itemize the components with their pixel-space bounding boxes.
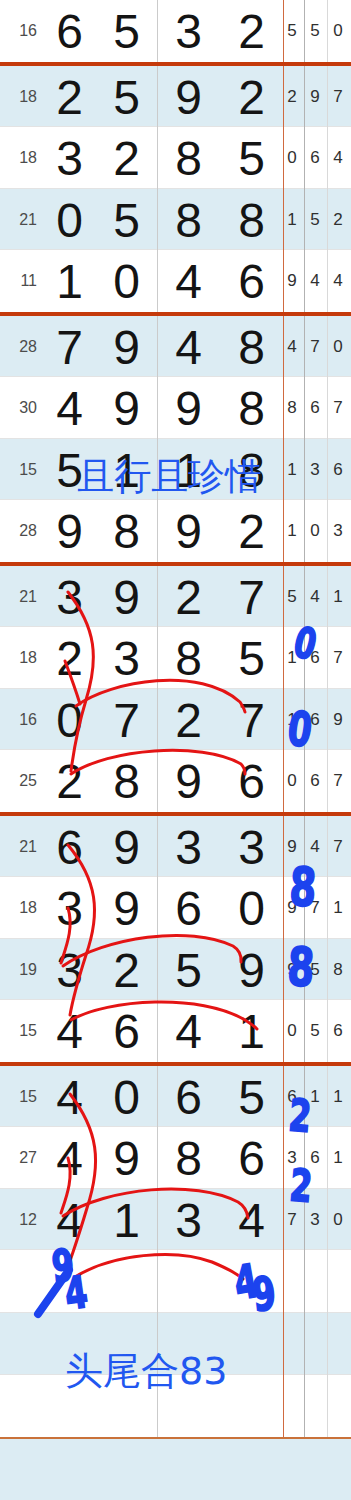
draw-digit-cell: 2: [238, 69, 264, 124]
draw-digit-cell: 6: [113, 1004, 139, 1059]
sum-cell: 18: [0, 127, 37, 189]
row-separator-line: [0, 688, 351, 689]
reference-digit-cell: 1: [333, 1148, 342, 1168]
reference-digit-cell: 2: [287, 87, 296, 107]
draw-digit-cell: 3: [56, 881, 82, 936]
sum-cell: 15: [0, 1000, 37, 1062]
draw-digit-cell: 4: [175, 319, 201, 374]
draw-digit-cell: 2: [113, 942, 139, 997]
table-row: 289892103: [0, 500, 351, 562]
draw-digit-cell: 4: [238, 1192, 264, 1247]
draw-digit-cell: 8: [113, 504, 139, 559]
reference-digit-cell: 0: [333, 337, 342, 357]
sum-cell: 18: [0, 66, 37, 127]
reference-digit-cell: 0: [287, 1021, 296, 1041]
reference-digit-cell: 7: [333, 648, 342, 668]
table-row: 154641056: [0, 1000, 351, 1062]
sum-cell: 28: [0, 500, 37, 562]
reference-digit-cell: 0: [287, 771, 296, 791]
section-divider: [0, 1062, 351, 1066]
draw-digit-cell: 0: [56, 692, 82, 747]
draw-digit-cell: 2: [238, 504, 264, 559]
draw-digit-cell: 3: [175, 4, 201, 59]
draw-digit-cell: 6: [175, 1069, 201, 1124]
draw-digit-cell: 2: [56, 631, 82, 686]
reference-digit-cell: 1: [287, 460, 296, 480]
draw-digit-cell: 6: [56, 4, 82, 59]
section-divider: [0, 62, 351, 66]
sum-cell: 16: [0, 0, 37, 62]
section-divider: [0, 562, 351, 566]
draw-digit-cell: 5: [113, 192, 139, 247]
reference-digit-cell: 4: [333, 148, 342, 168]
draw-digit-cell: 2: [56, 754, 82, 809]
draw-digit-cell: 7: [56, 319, 82, 374]
draw-digit-cell: 2: [113, 131, 139, 186]
draw-digit-cell: 4: [175, 254, 201, 309]
draw-digit-cell: 5: [238, 131, 264, 186]
ink-digit: 9: [250, 1270, 278, 1318]
row-separator-line: [0, 249, 351, 250]
reference-digit-cell: 1: [333, 587, 342, 607]
reference-digit-cell: 6: [333, 1021, 342, 1041]
reference-digit-cell: 7: [333, 837, 342, 857]
reference-digit-cell: 8: [287, 398, 296, 418]
footer-band: [0, 1438, 351, 1500]
table-row: 183285064: [0, 127, 351, 189]
draw-digit-cell: 0: [113, 1069, 139, 1124]
draw-digit-cell: 6: [238, 254, 264, 309]
column-line: [327, 0, 328, 1437]
section-divider: [0, 812, 351, 816]
row-separator-line: [0, 188, 351, 189]
draw-digit-cell: 0: [56, 192, 82, 247]
section-divider: [0, 312, 351, 316]
row-separator-line: [0, 999, 351, 1000]
reference-digit-cell: 5: [287, 587, 296, 607]
sum-cell: 15: [0, 439, 37, 500]
handwritten-footer-note: 头尾合83: [65, 1352, 227, 1390]
draw-digit-cell: 7: [113, 692, 139, 747]
ink-digit: 2: [288, 1163, 314, 1209]
bottom-rule: [0, 1437, 351, 1439]
reference-digit-cell: 4: [310, 271, 319, 291]
draw-digit-cell: 1: [56, 254, 82, 309]
draw-digit-cell: 3: [175, 1192, 201, 1247]
reference-digit-cell: 0: [333, 1210, 342, 1230]
ink-digit: 2: [287, 1093, 313, 1139]
row-separator-line: [0, 126, 351, 127]
table-row: 111046944: [0, 250, 351, 312]
draw-digit-cell: 7: [238, 569, 264, 624]
draw-digit-cell: 9: [113, 1131, 139, 1186]
reference-digit-cell: 4: [310, 587, 319, 607]
draw-digit-cell: 9: [175, 381, 201, 436]
draw-digit-cell: 3: [56, 942, 82, 997]
table-row: 213927541: [0, 566, 351, 627]
reference-digit-cell: 7: [310, 337, 319, 357]
reference-digit-cell: 1: [287, 210, 296, 230]
draw-digit-cell: 2: [175, 692, 201, 747]
draw-digit-cell: 5: [175, 942, 201, 997]
column-line: [283, 0, 284, 1437]
draw-digit-cell: 3: [56, 569, 82, 624]
table-row: 210588152: [0, 189, 351, 250]
sum-cell: 12: [0, 1189, 37, 1250]
draw-digit-cell: 2: [56, 69, 82, 124]
reference-digit-cell: 3: [333, 521, 342, 541]
draw-digit-cell: 0: [113, 254, 139, 309]
draw-digit-cell: 9: [175, 69, 201, 124]
draw-digit-cell: 2: [175, 569, 201, 624]
sum-cell: 28: [0, 316, 37, 377]
reference-digit-cell: 7: [287, 1210, 296, 1230]
reference-digit-cell: 1: [333, 898, 342, 918]
reference-digit-cell: 0: [287, 148, 296, 168]
draw-digit-cell: 8: [175, 192, 201, 247]
draw-digit-cell: 5: [113, 69, 139, 124]
draw-digit-cell: 8: [175, 131, 201, 186]
sum-cell: 21: [0, 566, 37, 627]
draw-digit-cell: 4: [56, 1069, 82, 1124]
sum-cell: 27: [0, 1127, 37, 1189]
reference-digit-cell: 4: [310, 837, 319, 857]
row-separator-line: [0, 376, 351, 377]
reference-digit-cell: 1: [287, 521, 296, 541]
reference-digit-cell: 9: [287, 837, 296, 857]
draw-digit-cell: 8: [238, 381, 264, 436]
draw-digit-cell: 2: [238, 4, 264, 59]
ink-digit: 8: [288, 860, 317, 914]
reference-digit-cell: 5: [310, 210, 319, 230]
draw-digit-cell: 9: [113, 319, 139, 374]
draw-digit-cell: 4: [56, 381, 82, 436]
sum-cell: 18: [0, 877, 37, 939]
reference-digit-cell: 6: [310, 771, 319, 791]
row-separator-line: [0, 438, 351, 439]
reference-digit-cell: 3: [310, 460, 319, 480]
reference-digit-cell: 9: [310, 87, 319, 107]
reference-digit-cell: 5: [287, 21, 296, 41]
draw-digit-cell: 6: [238, 754, 264, 809]
handwritten-quote: 且行且珍惜: [77, 458, 262, 495]
sum-cell: 15: [0, 1066, 37, 1127]
draw-digit-cell: 8: [175, 631, 201, 686]
draw-digit-cell: 9: [113, 569, 139, 624]
reference-digit-cell: 8: [333, 960, 342, 980]
table-row: 304998867: [0, 377, 351, 439]
draw-digit-cell: 1: [238, 1004, 264, 1059]
draw-digit-cell: 3: [56, 131, 82, 186]
reference-digit-cell: 9: [333, 710, 342, 730]
draw-digit-cell: 0: [238, 881, 264, 936]
draw-digit-cell: 9: [113, 381, 139, 436]
draw-digit-cell: 8: [238, 192, 264, 247]
sum-cell: 30: [0, 377, 37, 439]
draw-digit-cell: 4: [56, 1004, 82, 1059]
draw-digit-cell: 6: [175, 881, 201, 936]
reference-digit-cell: 6: [310, 398, 319, 418]
table-row: 287948470: [0, 316, 351, 377]
ink-digit: 8: [286, 940, 315, 994]
sum-cell: 18: [0, 627, 37, 689]
draw-digit-cell: 8: [113, 754, 139, 809]
draw-digit-cell: 8: [175, 1131, 201, 1186]
draw-digit-cell: 5: [113, 4, 139, 59]
reference-digit-cell: 0: [310, 521, 319, 541]
sum-cell: 21: [0, 816, 37, 877]
draw-digit-cell: 3: [175, 819, 201, 874]
reference-digit-cell: 6: [310, 148, 319, 168]
sum-cell: 19: [0, 939, 37, 1000]
lottery-trend-chart: 且行且珍惜 头尾合83 1665325501825922971832850642…: [0, 0, 351, 1500]
column-line: [157, 0, 158, 1437]
draw-digit-cell: 4: [175, 1004, 201, 1059]
reference-digit-cell: 5: [310, 1021, 319, 1041]
row-separator-line: [0, 1312, 351, 1313]
reference-digit-cell: 1: [333, 1087, 342, 1107]
reference-digit-cell: 6: [333, 460, 342, 480]
table-row: 166532550: [0, 0, 351, 62]
reference-digit-cell: 9: [287, 271, 296, 291]
sum-cell: 25: [0, 750, 37, 812]
sum-cell: 16: [0, 689, 37, 750]
sum-cell: 11: [0, 250, 37, 312]
draw-digit-cell: 1: [113, 1192, 139, 1247]
draw-digit-cell: 9: [175, 754, 201, 809]
reference-digit-cell: 3: [310, 1210, 319, 1230]
draw-digit-cell: 6: [238, 1131, 264, 1186]
reference-digit-cell: 4: [333, 271, 342, 291]
draw-digit-cell: 5: [238, 1069, 264, 1124]
draw-digit-cell: 8: [238, 319, 264, 374]
reference-digit-cell: 0: [333, 21, 342, 41]
reference-digit-cell: 4: [287, 337, 296, 357]
sum-cell: 21: [0, 189, 37, 250]
row-separator-line: [0, 499, 351, 500]
reference-digit-cell: 7: [333, 771, 342, 791]
draw-digit-cell: 9: [113, 819, 139, 874]
reference-digit-cell: 7: [333, 398, 342, 418]
table-row: 252896067: [0, 750, 351, 812]
draw-digit-cell: 5: [238, 631, 264, 686]
reference-digit-cell: 5: [310, 21, 319, 41]
draw-digit-cell: 9: [113, 881, 139, 936]
reference-digit-cell: 7: [333, 87, 342, 107]
draw-digit-cell: 3: [113, 631, 139, 686]
draw-digit-cell: 7: [238, 692, 264, 747]
draw-digit-cell: 3: [238, 819, 264, 874]
draw-digit-cell: 9: [56, 504, 82, 559]
draw-digit-cell: 4: [56, 1131, 82, 1186]
draw-digit-cell: 9: [175, 504, 201, 559]
draw-digit-cell: 6: [56, 819, 82, 874]
draw-digit-cell: 9: [238, 942, 264, 997]
reference-digit-cell: 2: [333, 210, 342, 230]
table-row: 182592297: [0, 66, 351, 127]
